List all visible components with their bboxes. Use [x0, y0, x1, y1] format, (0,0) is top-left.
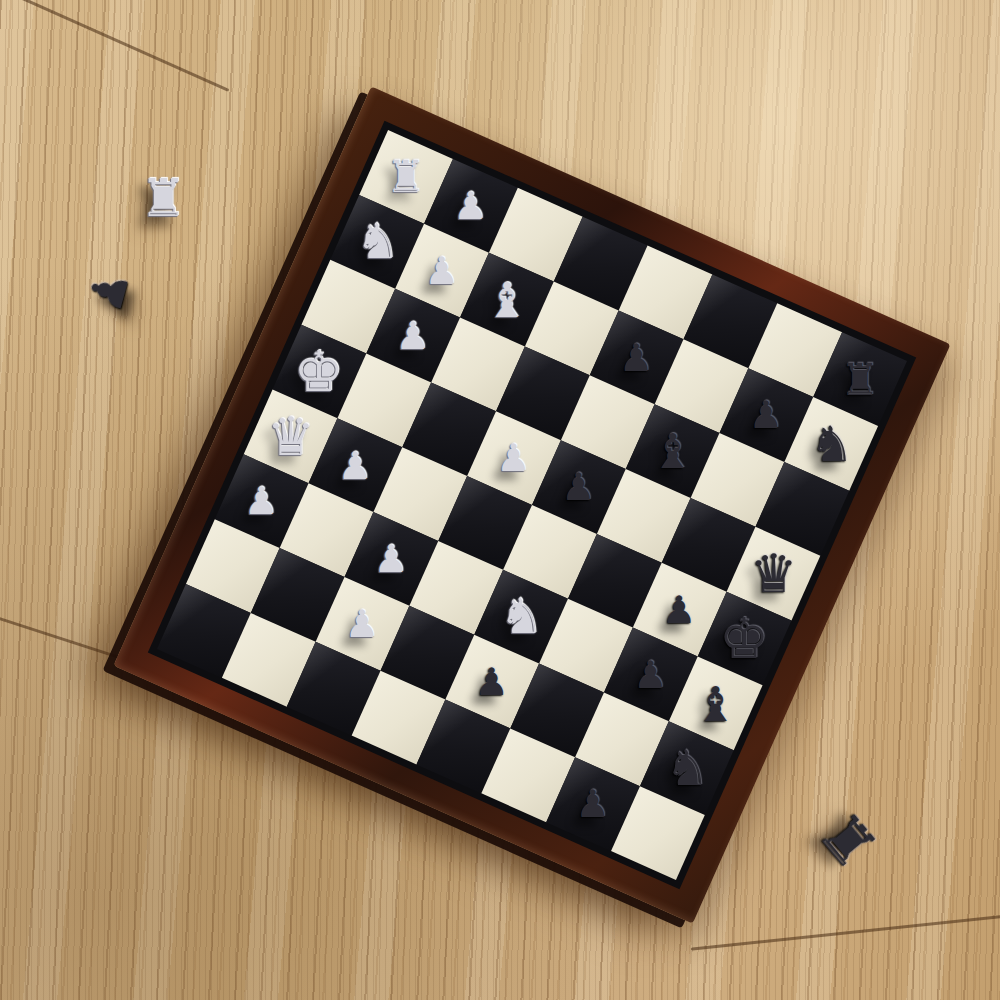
black-pawn-g7[interactable]: ♟ [749, 396, 783, 434]
black-rook-h8[interactable]: ♜ [840, 357, 879, 401]
black-bishop-c8[interactable]: ♝ [694, 679, 737, 727]
black-pawn-g5[interactable]: ♟ [620, 338, 654, 376]
wood-grain-crack [691, 912, 1000, 951]
white-pawn-h2[interactable]: ♟ [454, 187, 488, 225]
white-knight-g1[interactable]: ♞ [355, 217, 399, 266]
black-pawn-a7[interactable]: ♟ [576, 785, 610, 823]
black-pawn-b5[interactable]: ♟ [475, 663, 509, 701]
black-pawn-d7[interactable]: ♟ [663, 591, 697, 629]
white-pawn-c1[interactable]: ♟ [245, 482, 279, 520]
white-king-e1[interactable]: ♚ [294, 343, 344, 399]
white-knight-c5[interactable]: ♞ [499, 592, 543, 641]
black-king-d8[interactable]: ♚ [719, 611, 769, 667]
wood-grain-crack [0, 0, 229, 92]
black-knight-b8[interactable]: ♞ [665, 744, 709, 793]
white-pawn-c3[interactable]: ♟ [374, 540, 408, 578]
white-rook-h1[interactable]: ♜ [386, 155, 425, 199]
black-queen-e8[interactable]: ♛ [750, 547, 798, 600]
black-pawn-e5[interactable]: ♟ [562, 468, 596, 506]
white-pawn-f2[interactable]: ♟ [396, 317, 430, 355]
offboard-white-rook[interactable]: ♜ [140, 172, 187, 224]
black-knight-g8[interactable]: ♞ [809, 419, 853, 468]
white-queen-d1[interactable]: ♛ [267, 410, 315, 463]
white-pawn-e4[interactable]: ♟ [497, 439, 531, 477]
white-pawn-d2[interactable]: ♟ [338, 446, 372, 484]
white-pawn-b3[interactable]: ♟ [345, 605, 379, 643]
black-pawn-c7[interactable]: ♟ [634, 655, 668, 693]
white-pawn-g2[interactable]: ♟ [425, 252, 459, 290]
white-bishop-g3[interactable]: ♝ [485, 276, 528, 324]
black-bishop-f6[interactable]: ♝ [651, 427, 694, 475]
